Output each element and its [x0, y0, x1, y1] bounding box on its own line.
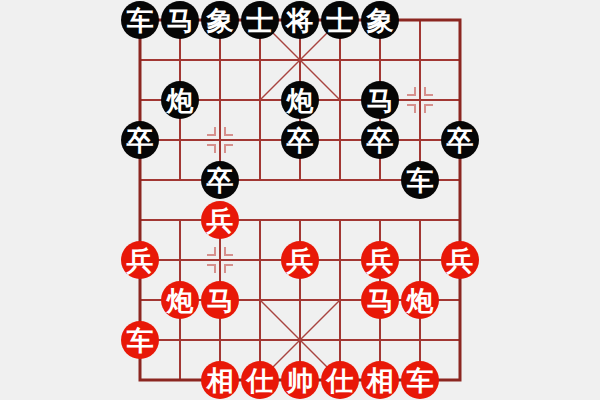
board-point: 象 — [200, 0, 240, 40]
piece-black-soldier[interactable]: 卒 — [121, 121, 159, 159]
board-point: 炮 — [280, 80, 320, 120]
board-point: 炮 — [160, 80, 200, 120]
board-point: 仕 — [320, 360, 360, 400]
piece-red-elephant[interactable]: 相 — [361, 361, 399, 399]
board-point: 卒 — [280, 120, 320, 160]
point-marker-corner — [224, 127, 233, 136]
board-point: 兵 — [120, 240, 160, 280]
piece-red-horse[interactable]: 马 — [361, 281, 399, 319]
board-point: 象 — [360, 0, 400, 40]
point-marker-corner — [224, 144, 233, 153]
piece-black-soldier[interactable]: 卒 — [201, 161, 239, 199]
piece-red-horse[interactable]: 马 — [201, 281, 239, 319]
piece-red-advisor[interactable]: 仕 — [241, 361, 279, 399]
piece-red-soldier[interactable]: 兵 — [121, 241, 159, 279]
pieces-layer: 车马象士将士象炮炮马卒卒卒卒卒车兵兵兵兵兵炮马马炮车相仕帅仕相车 — [120, 0, 480, 400]
board-point-marker — [200, 240, 240, 280]
piece-black-soldier[interactable]: 卒 — [281, 121, 319, 159]
point-marker-corner — [207, 127, 216, 136]
point-marker-corner — [407, 87, 416, 96]
point-marker — [207, 247, 233, 273]
piece-red-chariot[interactable]: 车 — [121, 321, 159, 359]
point-marker-corner — [207, 144, 216, 153]
board-point: 相 — [200, 360, 240, 400]
piece-red-cannon[interactable]: 炮 — [161, 281, 199, 319]
piece-red-soldier[interactable]: 兵 — [201, 201, 239, 239]
point-marker-corner — [207, 247, 216, 256]
piece-black-chariot[interactable]: 车 — [121, 1, 159, 39]
piece-red-general[interactable]: 帅 — [281, 361, 319, 399]
board-point: 帅 — [280, 360, 320, 400]
piece-black-horse[interactable]: 马 — [161, 1, 199, 39]
board-point: 士 — [320, 0, 360, 40]
board-point: 车 — [400, 360, 440, 400]
board-point: 兵 — [200, 200, 240, 240]
board-point: 马 — [360, 280, 400, 320]
piece-red-soldier[interactable]: 兵 — [361, 241, 399, 279]
point-marker-corner — [224, 264, 233, 273]
board-point: 炮 — [400, 280, 440, 320]
piece-black-elephant[interactable]: 象 — [361, 1, 399, 39]
point-marker-corner — [424, 87, 433, 96]
board-point: 马 — [200, 280, 240, 320]
piece-black-general[interactable]: 将 — [281, 1, 319, 39]
piece-red-soldier[interactable]: 兵 — [441, 241, 479, 279]
piece-black-elephant[interactable]: 象 — [201, 1, 239, 39]
point-marker-corner — [424, 104, 433, 113]
piece-black-horse[interactable]: 马 — [361, 81, 399, 119]
piece-black-cannon[interactable]: 炮 — [281, 81, 319, 119]
board-point: 车 — [120, 0, 160, 40]
board-point: 兵 — [440, 240, 480, 280]
board-point: 相 — [360, 360, 400, 400]
piece-black-advisor[interactable]: 士 — [241, 1, 279, 39]
board-point-marker — [400, 80, 440, 120]
piece-black-advisor[interactable]: 士 — [321, 1, 359, 39]
board-point: 卒 — [440, 120, 480, 160]
piece-black-soldier[interactable]: 卒 — [361, 121, 399, 159]
piece-red-soldier[interactable]: 兵 — [281, 241, 319, 279]
board-point: 将 — [280, 0, 320, 40]
point-marker-corner — [207, 264, 216, 273]
point-marker — [407, 87, 433, 113]
point-marker-corner — [224, 247, 233, 256]
piece-red-cannon[interactable]: 炮 — [401, 281, 439, 319]
board-point: 兵 — [360, 240, 400, 280]
board-point: 卒 — [120, 120, 160, 160]
board-point: 马 — [160, 0, 200, 40]
piece-red-elephant[interactable]: 相 — [201, 361, 239, 399]
point-marker — [207, 127, 233, 153]
board-point: 车 — [400, 160, 440, 200]
piece-black-cannon[interactable]: 炮 — [161, 81, 199, 119]
board-point: 马 — [360, 80, 400, 120]
board-point: 士 — [240, 0, 280, 40]
board-point: 卒 — [200, 160, 240, 200]
board-point: 仕 — [240, 360, 280, 400]
piece-black-soldier[interactable]: 卒 — [441, 121, 479, 159]
board-point: 兵 — [280, 240, 320, 280]
board-point-marker — [200, 120, 240, 160]
board-point: 卒 — [360, 120, 400, 160]
piece-black-chariot[interactable]: 车 — [401, 161, 439, 199]
board-point: 车 — [120, 320, 160, 360]
board-point: 炮 — [160, 280, 200, 320]
point-marker-corner — [407, 104, 416, 113]
xiangqi-app: 车马象士将士象炮炮马卒卒卒卒卒车兵兵兵兵兵炮马马炮车相仕帅仕相车 — [0, 0, 600, 400]
piece-red-chariot[interactable]: 车 — [401, 361, 439, 399]
piece-red-advisor[interactable]: 仕 — [321, 361, 359, 399]
